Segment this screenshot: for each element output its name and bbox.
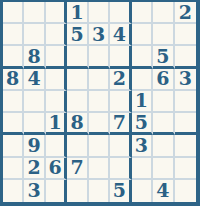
cell-r9c6[interactable]: 5 — [110, 180, 131, 202]
cell-r5c7[interactable]: 1 — [132, 91, 153, 113]
cell-r1c4[interactable]: 1 — [67, 2, 88, 24]
cell-r3c8[interactable]: 5 — [153, 46, 174, 68]
cell-r4c1[interactable]: 8 — [3, 69, 24, 91]
cell-r6c4[interactable]: 8 — [67, 113, 88, 135]
cell-r9c7[interactable] — [132, 180, 153, 202]
cell-r1c5[interactable] — [89, 2, 110, 24]
cell-r1c3[interactable] — [46, 2, 67, 24]
cell-r6c3[interactable]: 1 — [46, 113, 67, 135]
cell-r5c2[interactable] — [24, 91, 45, 113]
cell-r3c7[interactable] — [132, 46, 153, 68]
cell-r9c1[interactable] — [3, 180, 24, 202]
cell-r2c5[interactable]: 3 — [89, 24, 110, 46]
cell-r4c6[interactable]: 2 — [110, 69, 131, 91]
cell-r4c3[interactable] — [46, 69, 67, 91]
cell-r4c8[interactable]: 6 — [153, 69, 174, 91]
cell-r2c7[interactable] — [132, 24, 153, 46]
cell-r7c1[interactable] — [3, 135, 24, 157]
cell-r7c6[interactable] — [110, 135, 131, 157]
cell-r8c3[interactable]: 6 — [46, 158, 67, 180]
cell-r3c6[interactable] — [110, 46, 131, 68]
cell-r9c2[interactable]: 3 — [24, 180, 45, 202]
cell-r2c4[interactable]: 5 — [67, 24, 88, 46]
cell-r2c3[interactable] — [46, 24, 67, 46]
cell-r4c5[interactable] — [89, 69, 110, 91]
cell-r8c2[interactable]: 2 — [24, 158, 45, 180]
cell-r7c9[interactable] — [175, 135, 196, 157]
cell-r6c5[interactable] — [89, 113, 110, 135]
cell-r3c1[interactable] — [3, 46, 24, 68]
cell-r8c9[interactable] — [175, 158, 196, 180]
cell-r5c5[interactable] — [89, 91, 110, 113]
cell-r6c9[interactable] — [175, 113, 196, 135]
cell-r3c4[interactable] — [67, 46, 88, 68]
cell-r6c1[interactable] — [3, 113, 24, 135]
cell-r5c9[interactable] — [175, 91, 196, 113]
cell-r7c7[interactable]: 3 — [132, 135, 153, 157]
cell-r1c7[interactable] — [132, 2, 153, 24]
cell-r7c4[interactable] — [67, 135, 88, 157]
cell-r9c3[interactable] — [46, 180, 67, 202]
cell-r2c8[interactable] — [153, 24, 174, 46]
cell-r9c5[interactable] — [89, 180, 110, 202]
cell-r8c1[interactable] — [3, 158, 24, 180]
cell-r4c9[interactable]: 3 — [175, 69, 196, 91]
cell-r5c3[interactable] — [46, 91, 67, 113]
cell-r5c8[interactable] — [153, 91, 174, 113]
cell-r4c7[interactable] — [132, 69, 153, 91]
cell-r8c6[interactable] — [110, 158, 131, 180]
cell-r6c2[interactable] — [24, 113, 45, 135]
cell-r9c4[interactable] — [67, 180, 88, 202]
cell-r8c5[interactable] — [89, 158, 110, 180]
cell-r4c2[interactable]: 4 — [24, 69, 45, 91]
cell-r7c5[interactable] — [89, 135, 110, 157]
cell-r3c2[interactable]: 8 — [24, 46, 45, 68]
cell-r1c2[interactable] — [24, 2, 45, 24]
cell-r2c2[interactable] — [24, 24, 45, 46]
sudoku-board: 1253485842631187593267354 — [0, 0, 200, 206]
cell-r1c8[interactable] — [153, 2, 174, 24]
cell-r6c7[interactable]: 5 — [132, 113, 153, 135]
cell-r8c4[interactable]: 7 — [67, 158, 88, 180]
cell-r7c2[interactable]: 9 — [24, 135, 45, 157]
cell-r9c8[interactable]: 4 — [153, 180, 174, 202]
cell-r6c8[interactable] — [153, 113, 174, 135]
cell-r1c1[interactable] — [3, 2, 24, 24]
cell-r4c4[interactable] — [67, 69, 88, 91]
cell-r3c5[interactable] — [89, 46, 110, 68]
cell-r5c4[interactable] — [67, 91, 88, 113]
cell-r8c7[interactable] — [132, 158, 153, 180]
cell-r9c9[interactable] — [175, 180, 196, 202]
cell-r5c6[interactable] — [110, 91, 131, 113]
cell-r1c6[interactable] — [110, 2, 131, 24]
cell-r8c8[interactable] — [153, 158, 174, 180]
cell-r2c9[interactable] — [175, 24, 196, 46]
cell-r7c8[interactable] — [153, 135, 174, 157]
cell-r1c9[interactable]: 2 — [175, 2, 196, 24]
cell-r2c1[interactable] — [3, 24, 24, 46]
cell-r5c1[interactable] — [3, 91, 24, 113]
cell-r7c3[interactable] — [46, 135, 67, 157]
cell-r2c6[interactable]: 4 — [110, 24, 131, 46]
cell-r3c9[interactable] — [175, 46, 196, 68]
cell-r3c3[interactable] — [46, 46, 67, 68]
cell-r6c6[interactable]: 7 — [110, 113, 131, 135]
